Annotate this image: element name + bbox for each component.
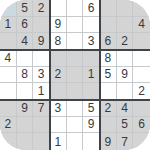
cell-r9c3[interactable] [33,133,50,150]
cell-r3c9[interactable] [133,33,150,50]
cell-r4c6[interactable] [83,50,100,67]
cell-r6c2[interactable] [17,83,34,100]
cell-r4c2[interactable] [17,50,34,67]
cell-r1c1[interactable] [0,0,17,17]
cell-r4c3[interactable] [33,50,50,67]
cell-r1c6[interactable]: 6 [83,0,100,17]
cell-r5c8[interactable]: 9 [117,67,134,84]
cell-r5c1[interactable] [0,67,17,84]
cell-r9c8[interactable]: 7 [117,133,134,150]
cell-r6c8[interactable] [117,83,134,100]
cell-r5c6[interactable]: 1 [83,67,100,84]
cell-r1c2[interactable]: 5 [17,0,34,17]
cell-r5c9[interactable] [133,67,150,84]
cell-r2c9[interactable]: 4 [133,17,150,34]
cell-r1c5[interactable] [67,0,84,17]
cell-r2c3[interactable] [33,17,50,34]
cell-r8c8[interactable]: 5 [117,117,134,134]
cell-r2c4[interactable]: 9 [50,17,67,34]
cell-r6c4[interactable] [50,83,67,100]
cell-r7c6[interactable]: 5 [83,100,100,117]
cell-r8c9[interactable]: 6 [133,117,150,134]
cell-r7c3[interactable]: 7 [33,100,50,117]
cell-r4c7[interactable]: 8 [100,50,117,67]
cell-r1c8[interactable] [117,0,134,17]
cell-r6c3[interactable]: 1 [33,83,50,100]
cell-r7c7[interactable]: 2 [100,100,117,117]
cell-r6c5[interactable] [67,83,84,100]
cell-r2c5[interactable] [67,17,84,34]
cell-r8c5[interactable] [67,117,84,134]
cell-r8c1[interactable]: 2 [0,117,17,134]
cell-r8c4[interactable] [50,117,67,134]
cell-r6c9[interactable]: 2 [133,83,150,100]
cell-r9c7[interactable]: 9 [100,133,117,150]
cell-r7c4[interactable]: 3 [50,100,67,117]
cell-r4c9[interactable] [133,50,150,67]
cell-r7c2[interactable]: 9 [17,100,34,117]
cell-r3c7[interactable]: 6 [100,33,117,50]
cell-r4c5[interactable] [67,50,84,67]
cell-r3c4[interactable]: 8 [50,33,67,50]
cell-r8c6[interactable]: 9 [83,117,100,134]
cell-r3c2[interactable]: 4 [17,33,34,50]
cell-r8c7[interactable] [100,117,117,134]
cell-r3c8[interactable]: 2 [117,33,134,50]
cell-r9c6[interactable] [83,133,100,150]
cell-r9c5[interactable] [67,133,84,150]
cell-r8c2[interactable] [17,117,34,134]
cell-r9c2[interactable] [17,133,34,150]
cell-r5c3[interactable]: 3 [33,67,50,84]
cell-r2c1[interactable]: 1 [0,17,17,34]
cell-r7c8[interactable]: 4 [117,100,134,117]
cell-r1c9[interactable] [133,0,150,17]
cell-r3c5[interactable] [67,33,84,50]
cell-r3c6[interactable]: 3 [83,33,100,50]
cell-r2c7[interactable] [100,17,117,34]
cell-r4c1[interactable]: 4 [0,50,17,67]
cell-r4c4[interactable] [50,50,67,67]
cell-r5c5[interactable] [67,67,84,84]
cell-r6c7[interactable] [100,83,117,100]
cell-r9c9[interactable] [133,133,150,150]
cell-r1c7[interactable] [100,0,117,17]
cell-r1c4[interactable] [50,0,67,17]
cell-r8c3[interactable] [33,117,50,134]
cell-r7c5[interactable] [67,100,84,117]
sudoku-board: 526169449836248832159129735242956197 [0,0,150,150]
cell-r5c7[interactable]: 5 [100,67,117,84]
cell-r1c3[interactable]: 2 [33,0,50,17]
cell-r3c3[interactable]: 9 [33,33,50,50]
cell-r2c8[interactable] [117,17,134,34]
cell-r4c8[interactable] [117,50,134,67]
cell-r9c4[interactable]: 1 [50,133,67,150]
sudoku-app-icon: 526169449836248832159129735242956197 [0,0,150,150]
cell-r2c6[interactable] [83,17,100,34]
cell-r5c2[interactable]: 8 [17,67,34,84]
cell-r6c1[interactable] [0,83,17,100]
cell-r9c1[interactable] [0,133,17,150]
cell-r3c1[interactable] [0,33,17,50]
cell-r6c6[interactable] [83,83,100,100]
cell-r5c4[interactable]: 2 [50,67,67,84]
cell-r7c1[interactable] [0,100,17,117]
cell-r2c2[interactable]: 6 [17,17,34,34]
cell-r7c9[interactable] [133,100,150,117]
